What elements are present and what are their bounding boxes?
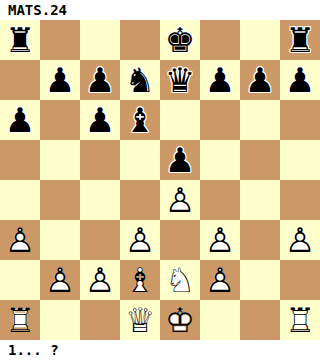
square-b4[interactable] xyxy=(40,180,80,220)
square-d4[interactable] xyxy=(120,180,160,220)
square-h8[interactable]: ♜ xyxy=(280,20,320,60)
black-pawn-piece: ♟ xyxy=(80,60,120,100)
white-bishop-piece-fill: ♝ xyxy=(120,260,160,300)
white-pawn-piece-fill: ♟ xyxy=(80,260,120,300)
black-bishop-piece: ♝ xyxy=(120,100,160,140)
white-king-piece-outline: ♔ xyxy=(160,300,200,340)
square-a8[interactable]: ♜ xyxy=(0,20,40,60)
square-c4[interactable] xyxy=(80,180,120,220)
puzzle-title: MATS.24 xyxy=(0,0,320,20)
square-c1[interactable] xyxy=(80,300,120,340)
square-f6[interactable] xyxy=(200,100,240,140)
white-pawn-piece: ♟♙ xyxy=(160,180,200,220)
white-queen-piece: ♛♕ xyxy=(120,300,160,340)
square-d3[interactable]: ♟♙ xyxy=(120,220,160,260)
square-e5[interactable]: ♟ xyxy=(160,140,200,180)
square-g5[interactable] xyxy=(240,140,280,180)
square-h6[interactable] xyxy=(280,100,320,140)
white-rook-piece: ♜♖ xyxy=(0,300,40,340)
square-e1[interactable]: ♚♔ xyxy=(160,300,200,340)
square-a5[interactable] xyxy=(0,140,40,180)
black-pawn-piece: ♟ xyxy=(240,60,280,100)
square-b6[interactable] xyxy=(40,100,80,140)
square-e7[interactable]: ♛ xyxy=(160,60,200,100)
square-b2[interactable]: ♟♙ xyxy=(40,260,80,300)
black-pawn-piece: ♟ xyxy=(40,60,80,100)
white-rook-piece-fill: ♜ xyxy=(280,300,320,340)
square-c7[interactable]: ♟ xyxy=(80,60,120,100)
black-rook-piece: ♜ xyxy=(280,20,320,60)
square-a7[interactable] xyxy=(0,60,40,100)
square-d6[interactable]: ♝ xyxy=(120,100,160,140)
square-d5[interactable] xyxy=(120,140,160,180)
square-c5[interactable] xyxy=(80,140,120,180)
square-d2[interactable]: ♝♗ xyxy=(120,260,160,300)
black-knight-piece: ♞ xyxy=(120,60,160,100)
square-g2[interactable] xyxy=(240,260,280,300)
square-b7[interactable]: ♟ xyxy=(40,60,80,100)
white-pawn-piece-outline: ♙ xyxy=(280,220,320,260)
white-knight-piece: ♞♘ xyxy=(160,260,200,300)
white-pawn-piece-fill: ♟ xyxy=(280,220,320,260)
square-h1[interactable]: ♜♖ xyxy=(280,300,320,340)
white-rook-piece-fill: ♜ xyxy=(0,300,40,340)
square-g6[interactable] xyxy=(240,100,280,140)
square-d1[interactable]: ♛♕ xyxy=(120,300,160,340)
square-g4[interactable] xyxy=(240,180,280,220)
square-h5[interactable] xyxy=(280,140,320,180)
square-e2[interactable]: ♞♘ xyxy=(160,260,200,300)
square-f8[interactable] xyxy=(200,20,240,60)
square-e6[interactable] xyxy=(160,100,200,140)
white-pawn-piece-fill: ♟ xyxy=(120,220,160,260)
square-g8[interactable] xyxy=(240,20,280,60)
white-pawn-piece-fill: ♟ xyxy=(160,180,200,220)
square-c8[interactable] xyxy=(80,20,120,60)
square-c6[interactable]: ♟ xyxy=(80,100,120,140)
move-prompt: 1... ? xyxy=(0,340,320,360)
white-bishop-piece-outline: ♗ xyxy=(120,260,160,300)
square-a6[interactable]: ♟ xyxy=(0,100,40,140)
white-pawn-piece-fill: ♟ xyxy=(40,260,80,300)
square-g7[interactable]: ♟ xyxy=(240,60,280,100)
square-b3[interactable] xyxy=(40,220,80,260)
black-rook-piece: ♜ xyxy=(0,20,40,60)
white-pawn-piece-outline: ♙ xyxy=(200,220,240,260)
white-king-piece-fill: ♚ xyxy=(160,300,200,340)
white-pawn-piece-fill: ♟ xyxy=(200,260,240,300)
white-pawn-piece-outline: ♙ xyxy=(200,260,240,300)
white-pawn-piece-outline: ♙ xyxy=(0,220,40,260)
square-f7[interactable]: ♟ xyxy=(200,60,240,100)
white-rook-piece-outline: ♖ xyxy=(0,300,40,340)
square-h2[interactable] xyxy=(280,260,320,300)
black-pawn-piece: ♟ xyxy=(160,140,200,180)
white-pawn-piece: ♟♙ xyxy=(0,220,40,260)
square-e3[interactable] xyxy=(160,220,200,260)
square-f1[interactable] xyxy=(200,300,240,340)
square-b1[interactable] xyxy=(40,300,80,340)
square-f4[interactable] xyxy=(200,180,240,220)
chess-board[interactable]: ♜♚♜♟♟♞♛♟♟♟♟♟♝♟♟♙♟♙♟♙♟♙♟♙♟♙♟♙♝♗♞♘♟♙♜♖♛♕♚♔… xyxy=(0,20,320,340)
square-h7[interactable]: ♟ xyxy=(280,60,320,100)
white-pawn-piece-fill: ♟ xyxy=(200,220,240,260)
square-c2[interactable]: ♟♙ xyxy=(80,260,120,300)
square-f2[interactable]: ♟♙ xyxy=(200,260,240,300)
white-knight-piece-fill: ♞ xyxy=(160,260,200,300)
chess-diagram-window: MATS.24 ♜♚♜♟♟♞♛♟♟♟♟♟♝♟♟♙♟♙♟♙♟♙♟♙♟♙♟♙♝♗♞♘… xyxy=(0,0,320,360)
white-rook-piece: ♜♖ xyxy=(280,300,320,340)
square-g3[interactable] xyxy=(240,220,280,260)
white-pawn-piece-outline: ♙ xyxy=(160,180,200,220)
white-pawn-piece-outline: ♙ xyxy=(40,260,80,300)
black-pawn-piece: ♟ xyxy=(80,100,120,140)
square-e8[interactable]: ♚ xyxy=(160,20,200,60)
square-a4[interactable] xyxy=(0,180,40,220)
square-a1[interactable]: ♜♖ xyxy=(0,300,40,340)
square-a2[interactable] xyxy=(0,260,40,300)
white-bishop-piece: ♝♗ xyxy=(120,260,160,300)
white-pawn-piece: ♟♙ xyxy=(40,260,80,300)
white-pawn-piece: ♟♙ xyxy=(200,220,240,260)
white-pawn-piece-outline: ♙ xyxy=(120,220,160,260)
white-pawn-piece: ♟♙ xyxy=(200,260,240,300)
white-pawn-piece-outline: ♙ xyxy=(80,260,120,300)
white-rook-piece-outline: ♖ xyxy=(280,300,320,340)
black-queen-piece: ♛ xyxy=(160,60,200,100)
square-d8[interactable] xyxy=(120,20,160,60)
white-queen-piece-fill: ♛ xyxy=(120,300,160,340)
white-pawn-piece: ♟♙ xyxy=(280,220,320,260)
square-h3[interactable]: ♟♙ xyxy=(280,220,320,260)
square-d7[interactable]: ♞ xyxy=(120,60,160,100)
square-a3[interactable]: ♟♙ xyxy=(0,220,40,260)
white-knight-piece-outline: ♘ xyxy=(160,260,200,300)
square-b5[interactable] xyxy=(40,140,80,180)
square-b8[interactable] xyxy=(40,20,80,60)
white-pawn-piece: ♟♙ xyxy=(80,260,120,300)
black-pawn-piece: ♟ xyxy=(200,60,240,100)
white-king-piece: ♚♔ xyxy=(160,300,200,340)
square-f5[interactable] xyxy=(200,140,240,180)
square-e4[interactable]: ♟♙ xyxy=(160,180,200,220)
square-c3[interactable] xyxy=(80,220,120,260)
black-king-piece: ♚ xyxy=(160,20,200,60)
black-pawn-piece: ♟ xyxy=(0,100,40,140)
square-f3[interactable]: ♟♙ xyxy=(200,220,240,260)
square-g1[interactable] xyxy=(240,300,280,340)
white-pawn-piece: ♟♙ xyxy=(120,220,160,260)
square-h4[interactable] xyxy=(280,180,320,220)
black-pawn-piece: ♟ xyxy=(280,60,320,100)
white-pawn-piece-fill: ♟ xyxy=(0,220,40,260)
white-queen-piece-outline: ♕ xyxy=(120,300,160,340)
